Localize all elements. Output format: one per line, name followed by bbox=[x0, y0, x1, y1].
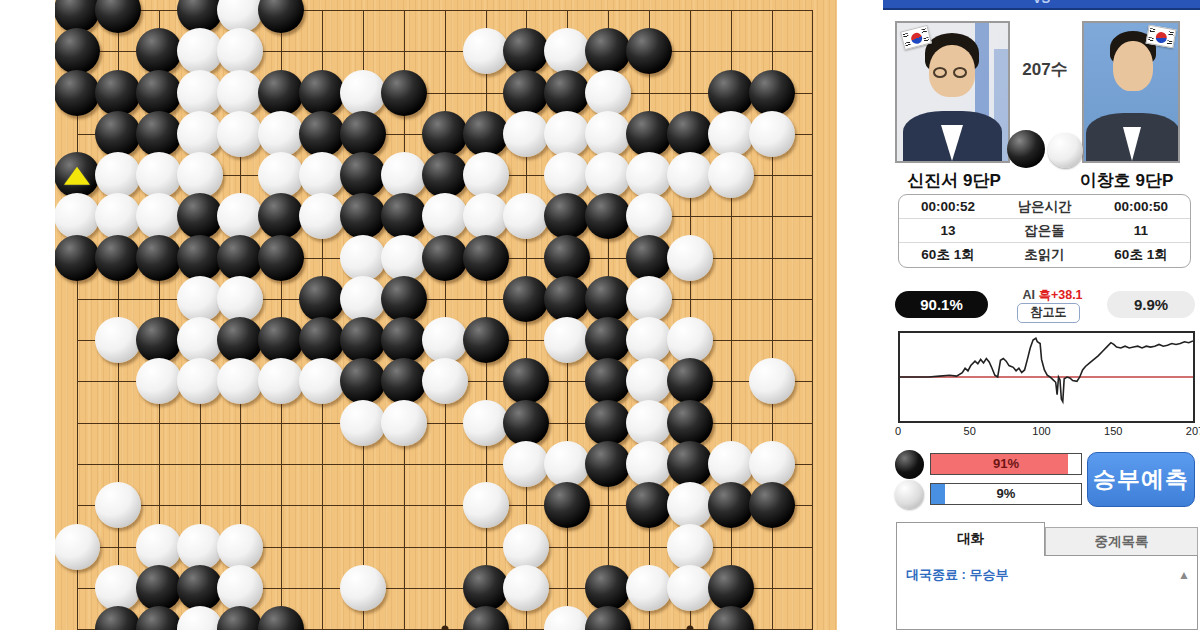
winrate-graph-plot bbox=[900, 333, 1193, 421]
black-stone bbox=[585, 606, 631, 630]
white-stone bbox=[626, 441, 672, 487]
black-stone-icon bbox=[1007, 130, 1045, 168]
white-stone bbox=[544, 606, 590, 630]
black-stone bbox=[422, 235, 468, 281]
white-stone bbox=[217, 193, 263, 239]
white-stone bbox=[626, 317, 672, 363]
black-stone bbox=[55, 235, 100, 281]
black-stone bbox=[136, 235, 182, 281]
ai-black-winrate-badge: 90.1% bbox=[895, 291, 988, 318]
graph-xtick-label: 150 bbox=[1104, 425, 1122, 437]
black-player-photo bbox=[895, 21, 1010, 163]
black-stone bbox=[626, 235, 672, 281]
ai-white-winrate-badge: 9.9% bbox=[1107, 291, 1195, 318]
go-board[interactable] bbox=[55, 0, 837, 630]
black-stone bbox=[258, 193, 304, 239]
scroll-up-arrow-icon[interactable]: ▲ bbox=[1178, 568, 1190, 582]
black-player-name: 신진서 9단P bbox=[875, 169, 1033, 192]
white-stone bbox=[136, 152, 182, 198]
white-player-name: 이창호 9단P bbox=[1053, 169, 1200, 192]
white-stone bbox=[667, 152, 713, 198]
hoshi-point bbox=[686, 626, 693, 630]
white-stone bbox=[258, 358, 304, 404]
black-stone bbox=[749, 482, 795, 528]
black-prediction-value: 91% bbox=[931, 454, 1081, 474]
graph-xtick-label: 207 bbox=[1186, 425, 1200, 437]
graph-xtick-label: 100 bbox=[1032, 425, 1050, 437]
white-stone bbox=[95, 565, 141, 611]
white-stone bbox=[463, 152, 509, 198]
white-stone bbox=[55, 193, 100, 239]
white-stone bbox=[299, 358, 345, 404]
black-stone bbox=[585, 317, 631, 363]
white-stone bbox=[626, 565, 672, 611]
clock-table-row: 00:00:52남은시간00:00:50 bbox=[899, 195, 1190, 219]
white-stone bbox=[177, 606, 223, 630]
black-stone bbox=[463, 606, 509, 630]
white-stone bbox=[136, 524, 182, 570]
black-stone bbox=[667, 358, 713, 404]
black-stone bbox=[463, 317, 509, 363]
black-stone bbox=[136, 317, 182, 363]
chat-message: 대국종료 : 무승부 bbox=[906, 566, 1009, 584]
last-move-marker-triangle-icon bbox=[64, 167, 90, 185]
info-panel: VS 207수 신진서 9 bbox=[875, 0, 1200, 630]
white-stone bbox=[258, 152, 304, 198]
hoshi-point bbox=[441, 626, 448, 630]
black-stone bbox=[258, 0, 304, 33]
reference-diagram-button[interactable]: 참고도 bbox=[1017, 303, 1080, 323]
black-stone bbox=[422, 111, 468, 157]
black-stone bbox=[503, 276, 549, 322]
black-stone bbox=[585, 28, 631, 74]
black-stone bbox=[585, 565, 631, 611]
white-stone bbox=[340, 565, 386, 611]
ai-score-label: AI 흑+38.1 bbox=[995, 287, 1110, 304]
white-stone bbox=[177, 317, 223, 363]
black-stone bbox=[503, 70, 549, 116]
white-stone bbox=[422, 358, 468, 404]
white-stone bbox=[544, 111, 590, 157]
white-stone bbox=[217, 70, 263, 116]
white-stone bbox=[626, 400, 672, 446]
white-stone bbox=[340, 276, 386, 322]
white-stone bbox=[381, 235, 427, 281]
white-stone bbox=[749, 441, 795, 487]
black-stone bbox=[585, 276, 631, 322]
black-stone bbox=[258, 235, 304, 281]
ai-score-value: 흑+38.1 bbox=[1038, 288, 1082, 302]
white-stone-icon bbox=[1048, 133, 1083, 168]
prediction-white-stone-icon bbox=[895, 480, 924, 509]
black-stone bbox=[503, 400, 549, 446]
white-stone bbox=[708, 441, 754, 487]
white-stone bbox=[667, 482, 713, 528]
black-stone bbox=[55, 70, 100, 116]
white-stone bbox=[55, 524, 100, 570]
white-stone bbox=[299, 193, 345, 239]
black-stone bbox=[299, 70, 345, 116]
white-stone bbox=[626, 358, 672, 404]
white-stone bbox=[217, 28, 263, 74]
white-stone bbox=[177, 524, 223, 570]
white-stone bbox=[177, 111, 223, 157]
clock-table-row: 60초 1회초읽기60초 1회 bbox=[899, 243, 1190, 267]
black-clock-value: 13 bbox=[899, 223, 997, 238]
black-stone bbox=[381, 358, 427, 404]
black-stone bbox=[381, 70, 427, 116]
black-stone bbox=[136, 70, 182, 116]
tab-chat[interactable]: 대화 bbox=[896, 522, 1045, 556]
white-prediction-value: 9% bbox=[931, 484, 1081, 504]
white-clock-value: 00:00:50 bbox=[1092, 199, 1190, 214]
black-stone bbox=[340, 152, 386, 198]
white-stone bbox=[503, 111, 549, 157]
white-stone bbox=[340, 400, 386, 446]
black-stone bbox=[708, 70, 754, 116]
black-stone bbox=[585, 193, 631, 239]
black-stone bbox=[626, 482, 672, 528]
black-stone bbox=[503, 28, 549, 74]
black-stone bbox=[708, 565, 754, 611]
white-stone bbox=[463, 482, 509, 528]
white-stone bbox=[381, 400, 427, 446]
white-stone bbox=[626, 152, 672, 198]
white-stone bbox=[749, 111, 795, 157]
white-prediction-bar: 9% bbox=[930, 483, 1082, 505]
black-stone bbox=[544, 193, 590, 239]
white-stone bbox=[463, 400, 509, 446]
black-stone bbox=[177, 235, 223, 281]
clock-table: 00:00:52남은시간00:00:5013잡은돌1160초 1회초읽기60초 … bbox=[898, 194, 1191, 268]
white-stone bbox=[585, 70, 631, 116]
white-stone bbox=[177, 28, 223, 74]
black-stone bbox=[95, 235, 141, 281]
app-window: VS 207수 신진서 9 bbox=[0, 0, 1200, 630]
black-stone bbox=[544, 70, 590, 116]
black-stone bbox=[340, 317, 386, 363]
black-stone bbox=[55, 28, 100, 74]
white-stone bbox=[503, 565, 549, 611]
black-stone bbox=[544, 482, 590, 528]
white-stone bbox=[217, 565, 263, 611]
white-stone bbox=[667, 565, 713, 611]
white-stone bbox=[544, 152, 590, 198]
white-clock-value: 60초 1회 bbox=[1092, 246, 1190, 264]
white-stone bbox=[95, 482, 141, 528]
white-stone bbox=[177, 276, 223, 322]
black-stone bbox=[667, 441, 713, 487]
event-banner: VS bbox=[883, 0, 1200, 10]
black-stone bbox=[299, 276, 345, 322]
black-stone bbox=[217, 606, 263, 630]
black-stone bbox=[585, 441, 631, 487]
graph-xtick-label: 50 bbox=[964, 425, 976, 437]
white-stone bbox=[217, 358, 263, 404]
black-clock-value: 00:00:52 bbox=[899, 199, 997, 214]
white-stone bbox=[667, 524, 713, 570]
white-stone bbox=[177, 152, 223, 198]
prediction-black-stone-icon bbox=[895, 450, 924, 479]
winrate-graph bbox=[898, 331, 1195, 423]
black-stone bbox=[136, 28, 182, 74]
black-stone bbox=[422, 152, 468, 198]
white-stone bbox=[381, 152, 427, 198]
black-stone bbox=[544, 235, 590, 281]
black-stone bbox=[544, 276, 590, 322]
black-stone bbox=[667, 400, 713, 446]
white-stone bbox=[503, 193, 549, 239]
white-stone bbox=[708, 152, 754, 198]
tab-relay-list[interactable]: 중계목록 bbox=[1045, 527, 1198, 556]
white-stone bbox=[217, 276, 263, 322]
white-stone bbox=[626, 276, 672, 322]
black-stone bbox=[177, 565, 223, 611]
white-stone bbox=[340, 70, 386, 116]
white-stone bbox=[463, 28, 509, 74]
black-stone bbox=[217, 317, 263, 363]
black-stone bbox=[258, 70, 304, 116]
white-stone bbox=[217, 111, 263, 157]
black-stone bbox=[177, 193, 223, 239]
black-stone bbox=[708, 606, 754, 630]
black-stone bbox=[585, 358, 631, 404]
white-stone bbox=[136, 358, 182, 404]
move-count: 207수 bbox=[1010, 58, 1080, 81]
chat-log[interactable]: 대국종료 : 무승부 ▲ bbox=[896, 555, 1198, 630]
white-stone bbox=[585, 152, 631, 198]
clock-row-label: 초읽기 bbox=[997, 246, 1092, 264]
white-stone bbox=[340, 235, 386, 281]
white-stone bbox=[136, 193, 182, 239]
board-area bbox=[0, 0, 875, 630]
white-stone bbox=[422, 317, 468, 363]
white-stone bbox=[667, 235, 713, 281]
black-stone bbox=[381, 193, 427, 239]
white-stone bbox=[463, 193, 509, 239]
black-stone bbox=[258, 317, 304, 363]
white-stone bbox=[544, 441, 590, 487]
black-stone bbox=[340, 111, 386, 157]
white-stone bbox=[95, 152, 141, 198]
white-stone bbox=[708, 111, 754, 157]
black-stone bbox=[299, 111, 345, 157]
black-stone bbox=[217, 235, 263, 281]
white-stone bbox=[585, 111, 631, 157]
black-stone bbox=[299, 317, 345, 363]
white-stone bbox=[422, 193, 468, 239]
black-stone bbox=[503, 358, 549, 404]
black-stone bbox=[381, 317, 427, 363]
event-banner-label: VS bbox=[883, 0, 1200, 6]
white-stone bbox=[503, 441, 549, 487]
white-stone bbox=[177, 358, 223, 404]
black-stone bbox=[95, 70, 141, 116]
prediction-button[interactable]: 승부예측 bbox=[1087, 452, 1195, 507]
black-stone bbox=[95, 0, 141, 33]
black-stone bbox=[136, 565, 182, 611]
white-stone bbox=[299, 152, 345, 198]
white-player-photo bbox=[1082, 21, 1180, 163]
white-stone bbox=[177, 70, 223, 116]
black-stone bbox=[136, 606, 182, 630]
clock-row-label: 잡은돌 bbox=[997, 222, 1092, 240]
black-stone bbox=[708, 482, 754, 528]
white-stone bbox=[258, 111, 304, 157]
black-stone bbox=[95, 111, 141, 157]
black-stone bbox=[463, 111, 509, 157]
black-stone bbox=[626, 28, 672, 74]
winrate-graph-xaxis: 050100150207 bbox=[898, 425, 1195, 437]
black-stone bbox=[585, 400, 631, 446]
white-stone bbox=[667, 317, 713, 363]
black-prediction-bar: 91% bbox=[930, 453, 1082, 475]
white-stone bbox=[95, 317, 141, 363]
black-stone bbox=[95, 606, 141, 630]
white-stone bbox=[749, 358, 795, 404]
clock-row-label: 남은시간 bbox=[997, 198, 1092, 216]
white-stone bbox=[544, 317, 590, 363]
white-stone bbox=[503, 524, 549, 570]
black-stone bbox=[381, 276, 427, 322]
white-stone bbox=[217, 524, 263, 570]
white-stone bbox=[626, 193, 672, 239]
white-stone bbox=[95, 193, 141, 239]
black-clock-value: 60초 1회 bbox=[899, 246, 997, 264]
graph-xtick-label: 0 bbox=[895, 425, 901, 437]
white-stone bbox=[544, 28, 590, 74]
black-stone bbox=[749, 70, 795, 116]
black-stone bbox=[626, 111, 672, 157]
black-stone bbox=[340, 358, 386, 404]
black-stone bbox=[340, 193, 386, 239]
grid-line-vertical bbox=[812, 10, 813, 630]
black-stone bbox=[258, 606, 304, 630]
black-stone bbox=[463, 565, 509, 611]
white-clock-value: 11 bbox=[1092, 223, 1190, 238]
black-stone bbox=[463, 235, 509, 281]
black-stone bbox=[667, 111, 713, 157]
black-stone bbox=[136, 111, 182, 157]
clock-table-row: 13잡은돌11 bbox=[899, 219, 1190, 243]
